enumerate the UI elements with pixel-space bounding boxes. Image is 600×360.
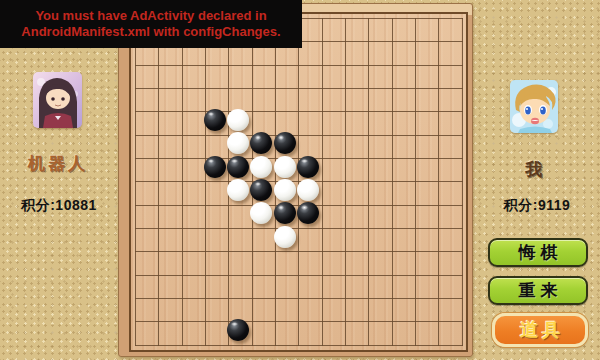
black-stone xyxy=(227,156,249,178)
game-screen: You must have AdActivity declared in And… xyxy=(0,0,600,360)
black-stone xyxy=(250,132,272,154)
white-stone xyxy=(274,226,296,248)
black-stone xyxy=(274,132,296,154)
items-button[interactable]: 道具 xyxy=(492,313,588,347)
robot-avatar xyxy=(33,72,82,128)
white-stone xyxy=(227,179,249,201)
black-stone xyxy=(297,156,319,178)
gomoku-board-frame xyxy=(118,3,473,357)
gomoku-board xyxy=(129,12,468,352)
white-stone xyxy=(227,132,249,154)
board-grid[interactable] xyxy=(135,18,463,346)
player-avatar xyxy=(510,80,558,133)
black-stone xyxy=(297,202,319,224)
black-stone xyxy=(204,156,226,178)
ad-warning-line2: AndroidManifest.xml with configChanges. xyxy=(0,24,302,40)
undo-button[interactable]: 悔棋 xyxy=(488,238,588,267)
robot-name-label: 机器人 xyxy=(8,152,108,175)
white-stone xyxy=(250,156,272,178)
black-stone xyxy=(227,319,249,341)
white-stone xyxy=(274,179,296,201)
ad-warning-line1: You must have AdActivity declared in xyxy=(0,8,302,24)
player-name-label: 我 xyxy=(485,158,585,181)
robot-score-label: 积分:10881 xyxy=(9,197,109,215)
restart-button[interactable]: 重来 xyxy=(488,276,588,305)
white-stone xyxy=(274,156,296,178)
ad-warning-banner: You must have AdActivity declared in And… xyxy=(0,0,302,48)
white-stone xyxy=(297,179,319,201)
white-stone xyxy=(250,202,272,224)
black-stone xyxy=(250,179,272,201)
white-stone xyxy=(227,109,249,131)
black-stone xyxy=(274,202,296,224)
player-score-label: 积分:9119 xyxy=(487,197,587,215)
black-stone xyxy=(204,109,226,131)
